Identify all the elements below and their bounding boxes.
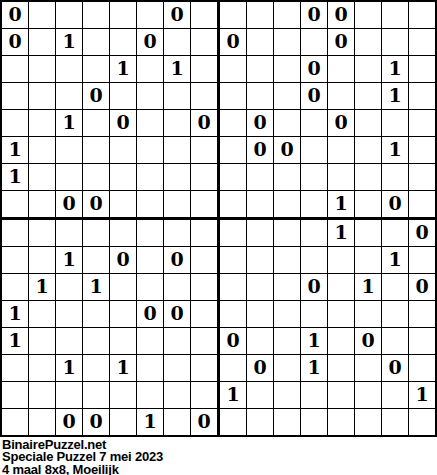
cell-r8c11[interactable] bbox=[274, 191, 300, 217]
cell-r12c13[interactable] bbox=[328, 301, 354, 327]
cell-r7c3[interactable] bbox=[56, 164, 82, 190]
cell-r9c8[interactable] bbox=[191, 220, 217, 246]
cell-r10c3: 1 bbox=[56, 247, 82, 273]
cell-r3c1[interactable] bbox=[2, 56, 28, 82]
cell-r12c7: 0 bbox=[164, 301, 190, 327]
cell-r2c14[interactable] bbox=[355, 29, 381, 55]
cell-r1c8[interactable] bbox=[191, 2, 217, 28]
cell-r7c11[interactable] bbox=[274, 164, 300, 190]
cell-r4c14[interactable] bbox=[355, 83, 381, 109]
cell-r8c12[interactable] bbox=[301, 191, 327, 217]
cell-r1c15[interactable] bbox=[382, 2, 408, 28]
cell-r13c7[interactable] bbox=[164, 328, 190, 354]
cell-r15c10[interactable] bbox=[247, 382, 273, 408]
cell-r16c13[interactable] bbox=[328, 409, 354, 435]
cell-r8c10[interactable] bbox=[247, 191, 273, 217]
cell-r4c3[interactable] bbox=[56, 83, 82, 109]
cell-r9c11[interactable] bbox=[274, 220, 300, 246]
cell-r13c5[interactable] bbox=[110, 328, 136, 354]
cell-r12c12[interactable] bbox=[301, 301, 327, 327]
cell-r9c16: 0 bbox=[409, 220, 435, 246]
cell-r8c7[interactable] bbox=[164, 191, 190, 217]
cell-r4c7[interactable] bbox=[164, 83, 190, 109]
cell-r12c4[interactable] bbox=[83, 301, 109, 327]
cell-r10c10[interactable] bbox=[247, 247, 273, 273]
cell-r8c1[interactable] bbox=[2, 191, 28, 217]
cell-r8c3: 0 bbox=[56, 191, 82, 217]
cell-r2c10[interactable] bbox=[247, 29, 273, 55]
cell-r11c8[interactable] bbox=[191, 274, 217, 300]
cell-r6c7[interactable] bbox=[164, 137, 190, 163]
cell-r5c2[interactable] bbox=[29, 110, 55, 136]
cell-r6c10: 0 bbox=[247, 137, 273, 163]
cell-r13c16[interactable] bbox=[409, 328, 435, 354]
cell-r15c13[interactable] bbox=[328, 382, 354, 408]
cell-r14c3: 1 bbox=[56, 355, 82, 381]
cell-r16c9[interactable] bbox=[220, 409, 246, 435]
cell-r14c2[interactable] bbox=[29, 355, 55, 381]
cell-r14c11[interactable] bbox=[274, 355, 300, 381]
cell-r2c2[interactable] bbox=[29, 29, 55, 55]
cell-r4c16[interactable] bbox=[409, 83, 435, 109]
cell-r4c15: 1 bbox=[382, 83, 408, 109]
cell-r13c6[interactable] bbox=[137, 328, 163, 354]
cell-r15c9: 1 bbox=[220, 382, 246, 408]
cell-r4c1[interactable] bbox=[2, 83, 28, 109]
cell-r15c4[interactable] bbox=[83, 382, 109, 408]
cell-r6c4[interactable] bbox=[83, 137, 109, 163]
cell-r1c10[interactable] bbox=[247, 2, 273, 28]
cell-r7c16[interactable] bbox=[409, 164, 435, 190]
cell-r16c14[interactable] bbox=[355, 409, 381, 435]
cell-r15c6[interactable] bbox=[137, 382, 163, 408]
cell-r10c15: 1 bbox=[382, 247, 408, 273]
cell-r4c9[interactable] bbox=[220, 83, 246, 109]
cell-r8c2[interactable] bbox=[29, 191, 55, 217]
cell-r14c13[interactable] bbox=[328, 355, 354, 381]
cell-r3c11[interactable] bbox=[274, 56, 300, 82]
cell-r13c8[interactable] bbox=[191, 328, 217, 354]
cell-r2c16[interactable] bbox=[409, 29, 435, 55]
cell-r15c12[interactable] bbox=[301, 382, 327, 408]
cell-r5c13: 0 bbox=[328, 110, 354, 136]
cell-r11c15[interactable] bbox=[382, 274, 408, 300]
cell-r3c7: 1 bbox=[164, 56, 190, 82]
cell-r16c16[interactable] bbox=[409, 409, 435, 435]
cell-r10c4[interactable] bbox=[83, 247, 109, 273]
cell-r2c6: 0 bbox=[137, 29, 163, 55]
cell-r12c5[interactable] bbox=[110, 301, 136, 327]
cell-r12c9[interactable] bbox=[220, 301, 246, 327]
cell-r4c13[interactable] bbox=[328, 83, 354, 109]
cell-r14c5: 1 bbox=[110, 355, 136, 381]
cell-r9c6[interactable] bbox=[137, 220, 163, 246]
cell-r5c11[interactable] bbox=[274, 110, 300, 136]
cell-r1c11[interactable] bbox=[274, 2, 300, 28]
cell-r10c1[interactable] bbox=[2, 247, 28, 273]
cell-r3c2[interactable] bbox=[29, 56, 55, 82]
cell-r7c6[interactable] bbox=[137, 164, 163, 190]
cell-r11c12: 0 bbox=[301, 274, 327, 300]
cell-r13c1: 1 bbox=[2, 328, 28, 354]
cell-r7c5[interactable] bbox=[110, 164, 136, 190]
cell-r2c12[interactable] bbox=[301, 29, 327, 55]
cell-r8c13: 1 bbox=[328, 191, 354, 217]
cell-r16c7[interactable] bbox=[164, 409, 190, 435]
puzzle-details: 4 maal 8x8, Moeilijk bbox=[2, 464, 437, 475]
cell-r2c4[interactable] bbox=[83, 29, 109, 55]
quadrant-2: 000001010000110 bbox=[220, 2, 435, 217]
cell-r15c11[interactable] bbox=[274, 382, 300, 408]
cell-r11c3[interactable] bbox=[56, 274, 82, 300]
cell-r13c14: 0 bbox=[355, 328, 381, 354]
cell-r12c14[interactable] bbox=[355, 301, 381, 327]
cell-r14c6[interactable] bbox=[137, 355, 163, 381]
cell-r6c12[interactable] bbox=[301, 137, 327, 163]
cell-r1c12: 0 bbox=[301, 2, 327, 28]
cell-r15c1[interactable] bbox=[2, 382, 28, 408]
cell-r16c15[interactable] bbox=[382, 409, 408, 435]
cell-r10c2[interactable] bbox=[29, 247, 55, 273]
cell-r10c9[interactable] bbox=[220, 247, 246, 273]
cell-r14c1[interactable] bbox=[2, 355, 28, 381]
cell-r5c6[interactable] bbox=[137, 110, 163, 136]
cell-r16c2[interactable] bbox=[29, 409, 55, 435]
puzzle-footer: BinairePuzzel.net Speciale Puzzel 7 mei … bbox=[0, 437, 437, 475]
cell-r10c13[interactable] bbox=[328, 247, 354, 273]
cell-r5c9[interactable] bbox=[220, 110, 246, 136]
cell-r3c14[interactable] bbox=[355, 56, 381, 82]
cell-r4c4: 0 bbox=[83, 83, 109, 109]
cell-r6c15: 1 bbox=[382, 137, 408, 163]
cell-r4c11[interactable] bbox=[274, 83, 300, 109]
cell-r14c7[interactable] bbox=[164, 355, 190, 381]
cell-r16c10[interactable] bbox=[247, 409, 273, 435]
cell-r9c14[interactable] bbox=[355, 220, 381, 246]
cell-r12c6: 0 bbox=[137, 301, 163, 327]
cell-r12c11[interactable] bbox=[274, 301, 300, 327]
cell-r15c2[interactable] bbox=[29, 382, 55, 408]
cell-r5c12[interactable] bbox=[301, 110, 327, 136]
cell-r6c6[interactable] bbox=[137, 137, 163, 163]
cell-r10c12[interactable] bbox=[301, 247, 327, 273]
cell-r16c11[interactable] bbox=[274, 409, 300, 435]
cell-r2c1: 0 bbox=[2, 29, 28, 55]
cell-r9c5[interactable] bbox=[110, 220, 136, 246]
cell-r1c5[interactable] bbox=[110, 2, 136, 28]
cell-r2c9: 0 bbox=[220, 29, 246, 55]
cell-r6c3[interactable] bbox=[56, 137, 82, 163]
cell-r8c16[interactable] bbox=[409, 191, 435, 217]
cell-r1c3[interactable] bbox=[56, 2, 82, 28]
cell-r16c12[interactable] bbox=[301, 409, 327, 435]
cell-r4c2[interactable] bbox=[29, 83, 55, 109]
cell-r11c2: 1 bbox=[29, 274, 55, 300]
cell-r15c15[interactable] bbox=[382, 382, 408, 408]
cell-r8c9[interactable] bbox=[220, 191, 246, 217]
cell-r5c15[interactable] bbox=[382, 110, 408, 136]
cell-r14c16[interactable] bbox=[409, 355, 435, 381]
cell-r12c1: 1 bbox=[2, 301, 28, 327]
cell-r15c16: 1 bbox=[409, 382, 435, 408]
cell-r1c9[interactable] bbox=[220, 2, 246, 28]
cell-r9c9[interactable] bbox=[220, 220, 246, 246]
cell-r7c8[interactable] bbox=[191, 164, 217, 190]
cell-r11c7[interactable] bbox=[164, 274, 190, 300]
cell-r11c1[interactable] bbox=[2, 274, 28, 300]
cell-r14c10: 0 bbox=[247, 355, 273, 381]
cell-r3c13[interactable] bbox=[328, 56, 354, 82]
cell-r7c2[interactable] bbox=[29, 164, 55, 190]
cell-r5c10: 0 bbox=[247, 110, 273, 136]
quadrant-3: 100111001110010 bbox=[2, 220, 217, 435]
cell-r16c1[interactable] bbox=[2, 409, 28, 435]
cell-r11c4: 1 bbox=[83, 274, 109, 300]
cell-r8c5[interactable] bbox=[110, 191, 136, 217]
cell-r13c3[interactable] bbox=[56, 328, 82, 354]
cell-r6c16[interactable] bbox=[409, 137, 435, 163]
cell-r15c14[interactable] bbox=[355, 382, 381, 408]
cell-r9c10[interactable] bbox=[247, 220, 273, 246]
cell-r3c15: 1 bbox=[382, 56, 408, 82]
cell-r12c8[interactable] bbox=[191, 301, 217, 327]
cell-r6c13[interactable] bbox=[328, 137, 354, 163]
cell-r11c10[interactable] bbox=[247, 274, 273, 300]
cell-r11c13[interactable] bbox=[328, 274, 354, 300]
cell-r4c6[interactable] bbox=[137, 83, 163, 109]
cell-r8c15: 0 bbox=[382, 191, 408, 217]
cell-r7c10[interactable] bbox=[247, 164, 273, 190]
cell-r7c14[interactable] bbox=[355, 164, 381, 190]
cell-r8c14[interactable] bbox=[355, 191, 381, 217]
quadrant-1: 000101101001100 bbox=[2, 2, 217, 217]
cell-r13c12: 1 bbox=[301, 328, 327, 354]
cell-r14c15: 0 bbox=[382, 355, 408, 381]
cell-r13c2[interactable] bbox=[29, 328, 55, 354]
cell-r3c6[interactable] bbox=[137, 56, 163, 82]
cell-r8c8[interactable] bbox=[191, 191, 217, 217]
cell-r6c8[interactable] bbox=[191, 137, 217, 163]
cell-r10c16[interactable] bbox=[409, 247, 435, 273]
cell-r1c1: 0 bbox=[2, 2, 28, 28]
quadrant-4: 10101001001011 bbox=[220, 220, 435, 435]
cell-r14c4[interactable] bbox=[83, 355, 109, 381]
cell-r5c4[interactable] bbox=[83, 110, 109, 136]
cell-r9c2[interactable] bbox=[29, 220, 55, 246]
cell-r15c5[interactable] bbox=[110, 382, 136, 408]
cell-r5c8: 0 bbox=[191, 110, 217, 136]
cell-r1c13: 0 bbox=[328, 2, 354, 28]
cell-r12c10[interactable] bbox=[247, 301, 273, 327]
cell-r9c1[interactable] bbox=[2, 220, 28, 246]
cell-r14c12: 1 bbox=[301, 355, 327, 381]
cell-r11c16: 0 bbox=[409, 274, 435, 300]
cell-r3c5: 1 bbox=[110, 56, 136, 82]
cell-r13c15[interactable] bbox=[382, 328, 408, 354]
cell-r10c5: 0 bbox=[110, 247, 136, 273]
cell-r12c16[interactable] bbox=[409, 301, 435, 327]
cell-r9c12[interactable] bbox=[301, 220, 327, 246]
cell-r7c15[interactable] bbox=[382, 164, 408, 190]
cell-r6c2[interactable] bbox=[29, 137, 55, 163]
cell-r2c7[interactable] bbox=[164, 29, 190, 55]
cell-r13c11[interactable] bbox=[274, 328, 300, 354]
cell-r2c5[interactable] bbox=[110, 29, 136, 55]
cell-r1c6[interactable] bbox=[137, 2, 163, 28]
cell-r5c1[interactable] bbox=[2, 110, 28, 136]
cell-r7c4[interactable] bbox=[83, 164, 109, 190]
cell-r2c8[interactable] bbox=[191, 29, 217, 55]
cell-r3c4[interactable] bbox=[83, 56, 109, 82]
cell-r12c15[interactable] bbox=[382, 301, 408, 327]
cell-r6c9[interactable] bbox=[220, 137, 246, 163]
cell-r7c13[interactable] bbox=[328, 164, 354, 190]
cell-r11c6[interactable] bbox=[137, 274, 163, 300]
cell-r10c8[interactable] bbox=[191, 247, 217, 273]
cell-r10c7: 0 bbox=[164, 247, 190, 273]
cell-r2c3: 1 bbox=[56, 29, 82, 55]
cell-r5c5: 0 bbox=[110, 110, 136, 136]
cell-r13c4[interactable] bbox=[83, 328, 109, 354]
cell-r9c4[interactable] bbox=[83, 220, 109, 246]
cell-r3c12: 0 bbox=[301, 56, 327, 82]
puzzle-board: 0001011010011000000010100001101001110011… bbox=[0, 0, 437, 437]
cell-r16c4: 0 bbox=[83, 409, 109, 435]
cell-r6c1: 1 bbox=[2, 137, 28, 163]
cell-r11c14: 1 bbox=[355, 274, 381, 300]
cell-r2c13: 0 bbox=[328, 29, 354, 55]
cell-r6c11: 0 bbox=[274, 137, 300, 163]
cell-r16c8: 0 bbox=[191, 409, 217, 435]
cell-r2c15[interactable] bbox=[382, 29, 408, 55]
cell-r11c11[interactable] bbox=[274, 274, 300, 300]
cell-r13c13[interactable] bbox=[328, 328, 354, 354]
cell-r7c12[interactable] bbox=[301, 164, 327, 190]
cell-r1c14[interactable] bbox=[355, 2, 381, 28]
cell-r5c16[interactable] bbox=[409, 110, 435, 136]
cell-r12c2[interactable] bbox=[29, 301, 55, 327]
cell-r4c12: 0 bbox=[301, 83, 327, 109]
cell-r3c9[interactable] bbox=[220, 56, 246, 82]
cell-r15c7[interactable] bbox=[164, 382, 190, 408]
cell-r6c5[interactable] bbox=[110, 137, 136, 163]
cell-r14c14[interactable] bbox=[355, 355, 381, 381]
cell-r12c3[interactable] bbox=[56, 301, 82, 327]
cell-r1c4[interactable] bbox=[83, 2, 109, 28]
cell-r1c7: 0 bbox=[164, 2, 190, 28]
cell-r6c14[interactable] bbox=[355, 137, 381, 163]
cell-r15c3[interactable] bbox=[56, 382, 82, 408]
cell-r5c7[interactable] bbox=[164, 110, 190, 136]
cell-r1c2[interactable] bbox=[29, 2, 55, 28]
cell-r9c15[interactable] bbox=[382, 220, 408, 246]
cell-r5c3: 1 bbox=[56, 110, 82, 136]
cell-r9c7[interactable] bbox=[164, 220, 190, 246]
cell-r1c16[interactable] bbox=[409, 2, 435, 28]
cell-r4c8[interactable] bbox=[191, 83, 217, 109]
cell-r11c5[interactable] bbox=[110, 274, 136, 300]
cell-r5c14[interactable] bbox=[355, 110, 381, 136]
cell-r10c11[interactable] bbox=[274, 247, 300, 273]
cell-r7c1: 1 bbox=[2, 164, 28, 190]
cell-r9c3[interactable] bbox=[56, 220, 82, 246]
cell-r4c5[interactable] bbox=[110, 83, 136, 109]
cell-r14c8[interactable] bbox=[191, 355, 217, 381]
cell-r13c10[interactable] bbox=[247, 328, 273, 354]
cell-r3c16[interactable] bbox=[409, 56, 435, 82]
cell-r3c10[interactable] bbox=[247, 56, 273, 82]
cell-r11c9[interactable] bbox=[220, 274, 246, 300]
cell-r3c3[interactable] bbox=[56, 56, 82, 82]
cell-r16c3: 0 bbox=[56, 409, 82, 435]
cell-r4c10[interactable] bbox=[247, 83, 273, 109]
cell-r9c13: 1 bbox=[328, 220, 354, 246]
cell-r7c7[interactable] bbox=[164, 164, 190, 190]
cell-r10c6[interactable] bbox=[137, 247, 163, 273]
cell-r10c14[interactable] bbox=[355, 247, 381, 273]
cell-r3c8[interactable] bbox=[191, 56, 217, 82]
cell-r16c5[interactable] bbox=[110, 409, 136, 435]
cell-r15c8[interactable] bbox=[191, 382, 217, 408]
cell-r16c6: 1 bbox=[137, 409, 163, 435]
cell-r13c9: 0 bbox=[220, 328, 246, 354]
cell-r7c9[interactable] bbox=[220, 164, 246, 190]
cell-r8c6[interactable] bbox=[137, 191, 163, 217]
cell-r8c4: 0 bbox=[83, 191, 109, 217]
cell-r14c9[interactable] bbox=[220, 355, 246, 381]
cell-r2c11[interactable] bbox=[274, 29, 300, 55]
